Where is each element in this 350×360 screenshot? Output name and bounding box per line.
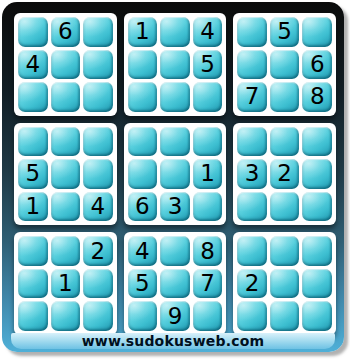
box-1-3: 5678 xyxy=(233,13,336,116)
box-2-1: 514 xyxy=(14,123,117,226)
cell-r7c4[interactable]: 4 xyxy=(128,236,158,266)
cell-r8c2[interactable]: 1 xyxy=(51,269,81,299)
cell-r4c3[interactable] xyxy=(83,127,113,157)
cell-r2c2[interactable] xyxy=(51,50,81,80)
cell-r7c2[interactable] xyxy=(51,236,81,266)
cell-r5c3[interactable] xyxy=(83,159,113,189)
cell-r2c1[interactable]: 4 xyxy=(18,50,48,80)
cell-r1c7[interactable] xyxy=(237,17,267,47)
cell-r9c7[interactable] xyxy=(237,301,267,331)
cell-r3c5[interactable] xyxy=(160,82,190,112)
cell-r5c6[interactable]: 1 xyxy=(193,159,223,189)
cell-r3c4[interactable] xyxy=(128,82,158,112)
cell-r2c3[interactable] xyxy=(83,50,113,80)
cell-r2c4[interactable] xyxy=(128,50,158,80)
cell-r8c3[interactable] xyxy=(83,269,113,299)
cell-r5c2[interactable] xyxy=(51,159,81,189)
box-1-2: 145 xyxy=(124,13,227,116)
cell-r6c6[interactable] xyxy=(193,192,223,222)
cell-r5c9[interactable] xyxy=(302,159,332,189)
cell-r4c4[interactable] xyxy=(128,127,158,157)
cell-r8c5[interactable] xyxy=(160,269,190,299)
cell-r7c5[interactable] xyxy=(160,236,190,266)
cell-r7c8[interactable] xyxy=(270,236,300,266)
cell-r3c6[interactable] xyxy=(193,82,223,112)
cell-r3c1[interactable] xyxy=(18,82,48,112)
cell-r3c7[interactable]: 7 xyxy=(237,82,267,112)
cell-r7c7[interactable] xyxy=(237,236,267,266)
cell-r7c9[interactable] xyxy=(302,236,332,266)
cell-r7c3[interactable]: 2 xyxy=(83,236,113,266)
cell-r3c3[interactable] xyxy=(83,82,113,112)
cell-r4c9[interactable] xyxy=(302,127,332,157)
cell-r6c9[interactable] xyxy=(302,192,332,222)
cell-r9c4[interactable] xyxy=(128,301,158,331)
cell-r5c8[interactable]: 2 xyxy=(270,159,300,189)
cell-r1c2[interactable]: 6 xyxy=(51,17,81,47)
cell-r8c9[interactable] xyxy=(302,269,332,299)
cell-r1c4[interactable]: 1 xyxy=(128,17,158,47)
cell-r2c5[interactable] xyxy=(160,50,190,80)
cell-r7c6[interactable]: 8 xyxy=(193,236,223,266)
cell-r9c8[interactable] xyxy=(270,301,300,331)
sudoku-grid: 6414556785141633221485792 xyxy=(14,13,336,335)
box-3-2: 48579 xyxy=(124,232,227,335)
box-2-3: 32 xyxy=(233,123,336,226)
cell-r5c4[interactable] xyxy=(128,159,158,189)
cell-r5c7[interactable]: 3 xyxy=(237,159,267,189)
cell-r2c6[interactable]: 5 xyxy=(193,50,223,80)
cell-r9c2[interactable] xyxy=(51,301,81,331)
cell-r4c8[interactable] xyxy=(270,127,300,157)
cell-r1c3[interactable] xyxy=(83,17,113,47)
sudoku-board: 6414556785141633221485792 www.sudokusweb… xyxy=(2,2,344,352)
cell-r5c1[interactable]: 5 xyxy=(18,159,48,189)
cell-r3c8[interactable] xyxy=(270,82,300,112)
box-1-1: 64 xyxy=(14,13,117,116)
cell-r4c2[interactable] xyxy=(51,127,81,157)
cell-r6c4[interactable]: 6 xyxy=(128,192,158,222)
cell-r1c1[interactable] xyxy=(18,17,48,47)
cell-r8c6[interactable]: 7 xyxy=(193,269,223,299)
cell-r5c5[interactable] xyxy=(160,159,190,189)
cell-r4c5[interactable] xyxy=(160,127,190,157)
cell-r1c8[interactable]: 5 xyxy=(270,17,300,47)
cell-r1c5[interactable] xyxy=(160,17,190,47)
cell-r1c6[interactable]: 4 xyxy=(193,17,223,47)
cell-r1c9[interactable] xyxy=(302,17,332,47)
box-3-1: 21 xyxy=(14,232,117,335)
cell-r8c1[interactable] xyxy=(18,269,48,299)
cell-r4c6[interactable] xyxy=(193,127,223,157)
cell-r3c9[interactable]: 8 xyxy=(302,82,332,112)
box-3-3: 2 xyxy=(233,232,336,335)
cell-r6c5[interactable]: 3 xyxy=(160,192,190,222)
cell-r2c7[interactable] xyxy=(237,50,267,80)
cell-r6c3[interactable]: 4 xyxy=(83,192,113,222)
cell-r8c8[interactable] xyxy=(270,269,300,299)
cell-r4c7[interactable] xyxy=(237,127,267,157)
cell-r6c2[interactable] xyxy=(51,192,81,222)
cell-r7c1[interactable] xyxy=(18,236,48,266)
cell-r9c1[interactable] xyxy=(18,301,48,331)
box-2-2: 163 xyxy=(124,123,227,226)
footer-link[interactable]: www.sudokusweb.com xyxy=(11,333,335,349)
cell-r2c8[interactable] xyxy=(270,50,300,80)
cell-r2c9[interactable]: 6 xyxy=(302,50,332,80)
cell-r9c9[interactable] xyxy=(302,301,332,331)
cell-r3c2[interactable] xyxy=(51,82,81,112)
cell-r9c6[interactable] xyxy=(193,301,223,331)
cell-r9c5[interactable]: 9 xyxy=(160,301,190,331)
cell-r9c3[interactable] xyxy=(83,301,113,331)
cell-r8c4[interactable]: 5 xyxy=(128,269,158,299)
cell-r6c1[interactable]: 1 xyxy=(18,192,48,222)
cell-r8c7[interactable]: 2 xyxy=(237,269,267,299)
cell-r6c8[interactable] xyxy=(270,192,300,222)
cell-r4c1[interactable] xyxy=(18,127,48,157)
cell-r6c7[interactable] xyxy=(237,192,267,222)
